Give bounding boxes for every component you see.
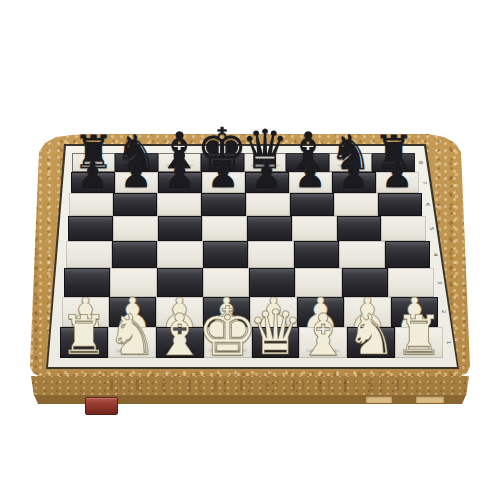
square: ♝ (299, 327, 347, 358)
square: ♞ (347, 327, 395, 358)
square: ♟ (332, 172, 376, 193)
square: ♜ (60, 327, 108, 358)
square: ♛ (252, 327, 300, 358)
square (202, 216, 247, 241)
square (158, 216, 203, 241)
white-rook: ♜ (60, 309, 108, 363)
square (157, 193, 201, 216)
square: ♟ (289, 172, 333, 193)
square: ♟ (376, 172, 420, 193)
rank-label: 5 (429, 226, 434, 229)
white-rook: ♜ (395, 309, 443, 363)
chess-set-photo: ♜♞♝♚♛♝♞♜♟♟♟♟♟♟♟♟♟♟♟♟♟♟♟♟♜♞♝♚♛♝♞♜ 8765432… (0, 0, 500, 500)
square (157, 241, 203, 268)
board-row (69, 193, 422, 216)
square (378, 193, 422, 216)
black-pawn: ♟ (294, 157, 326, 193)
rank-label: 1 (446, 340, 451, 343)
black-pawn: ♟ (164, 157, 196, 193)
board-row (66, 241, 430, 268)
rank-label: 3 (437, 280, 442, 283)
square (69, 193, 113, 216)
rank-label: 2 (441, 310, 446, 313)
black-pawn: ♟ (77, 157, 109, 193)
square (246, 193, 290, 216)
white-knight: ♞ (107, 307, 157, 363)
black-pawn: ♟ (120, 157, 152, 193)
square: ♟ (115, 172, 159, 193)
square (113, 216, 158, 241)
white-knight: ♞ (346, 307, 396, 363)
black-pawn: ♟ (338, 157, 370, 193)
square (385, 241, 431, 268)
board-row: ♜♞♝♚♛♝♞♜ (60, 327, 443, 358)
square (247, 216, 292, 241)
square (339, 241, 385, 268)
square (68, 216, 113, 241)
rank-label: 6 (425, 202, 430, 205)
rank-label: 7 (422, 180, 427, 183)
square (248, 241, 294, 268)
square: ♜ (395, 327, 443, 358)
chess-board: ♜♞♝♚♛♝♞♜♟♟♟♟♟♟♟♟♟♟♟♟♟♟♟♟♜♞♝♚♛♝♞♜ (0, 0, 500, 500)
square (203, 241, 249, 268)
black-pawn: ♟ (207, 157, 239, 193)
square (66, 241, 112, 268)
square (201, 193, 245, 216)
square (113, 193, 157, 216)
square: ♟ (158, 172, 202, 193)
black-pawn: ♟ (381, 157, 413, 193)
square: ♟ (71, 172, 115, 193)
square: ♟ (245, 172, 289, 193)
white-bishop: ♝ (297, 306, 349, 364)
square (334, 193, 378, 216)
square (112, 241, 158, 268)
square: ♚ (204, 327, 252, 358)
square (294, 241, 340, 268)
square: ♟ (202, 172, 246, 193)
square (292, 216, 337, 241)
white-queen: ♛ (248, 302, 304, 364)
black-pawn: ♟ (251, 157, 283, 193)
rank-label: 8 (418, 160, 423, 163)
square (290, 193, 334, 216)
board-row: ♟♟♟♟♟♟♟♟ (71, 172, 419, 193)
square: ♞ (108, 327, 156, 358)
square (381, 216, 426, 241)
board-row (68, 216, 426, 241)
rank-label: 4 (433, 252, 438, 255)
square (337, 216, 382, 241)
